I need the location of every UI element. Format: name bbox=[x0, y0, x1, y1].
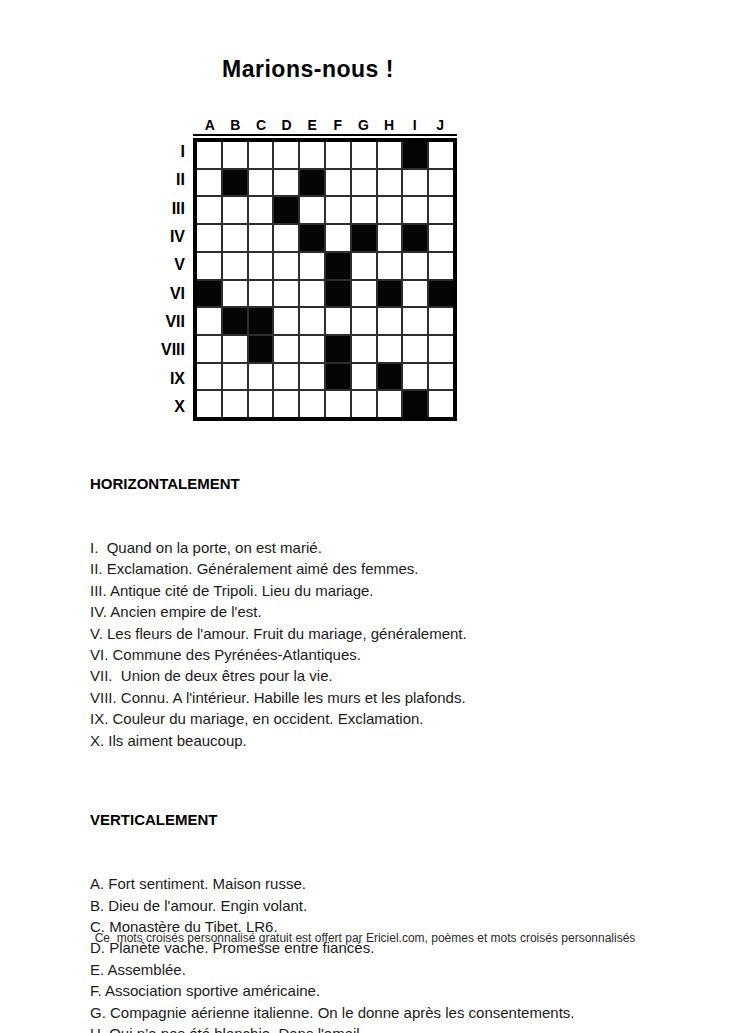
cell-II-B-black bbox=[223, 170, 247, 196]
cell-VIII-C-black bbox=[249, 336, 273, 362]
cell-IX-I[interactable] bbox=[403, 364, 427, 390]
cell-V-G[interactable] bbox=[352, 253, 376, 279]
cell-V-J[interactable] bbox=[429, 253, 453, 279]
down-clue-8: H. Qui n’a pas été blanchie. Dans l'emai… bbox=[90, 1023, 690, 1033]
cell-III-F[interactable] bbox=[326, 197, 350, 223]
cell-III-H[interactable] bbox=[378, 197, 402, 223]
column-header-C: C bbox=[248, 117, 274, 134]
cell-VIII-B[interactable] bbox=[223, 336, 247, 362]
cell-IV-H[interactable] bbox=[378, 225, 402, 251]
row-header-VII: VII bbox=[165, 313, 185, 331]
cell-IX-G[interactable] bbox=[352, 364, 376, 390]
cell-X-A[interactable] bbox=[197, 391, 221, 417]
cell-III-J[interactable] bbox=[429, 197, 453, 223]
cell-VIII-G[interactable] bbox=[352, 336, 376, 362]
cell-I-J[interactable] bbox=[429, 142, 453, 168]
across-clue-1: I. Quand on la porte, on est marié. bbox=[90, 537, 690, 558]
down-clue-2: B. Dieu de l'amour. Engin volant. bbox=[90, 895, 690, 916]
cell-III-B[interactable] bbox=[223, 197, 247, 223]
down-section-header: VERTICALEMENT bbox=[90, 809, 690, 830]
column-header-H: H bbox=[376, 117, 402, 134]
column-header-E: E bbox=[299, 117, 325, 134]
down-clue-1: A. Fort sentiment. Maison russe. bbox=[90, 873, 690, 894]
cell-V-D[interactable] bbox=[274, 253, 298, 279]
cell-IX-H-black bbox=[378, 364, 402, 390]
across-clue-10: X. Ils aiment beaucoup. bbox=[90, 730, 690, 751]
cell-I-G[interactable] bbox=[352, 142, 376, 168]
across-section-header: HORIZONTALEMENT bbox=[90, 473, 690, 494]
column-header-J: J bbox=[427, 117, 453, 134]
column-header-B: B bbox=[223, 117, 249, 134]
cell-VII-A[interactable] bbox=[197, 308, 221, 334]
cell-VI-D[interactable] bbox=[274, 281, 298, 307]
cell-VII-G[interactable] bbox=[352, 308, 376, 334]
across-clue-5: V. Les fleurs de l'amour. Fruit du maria… bbox=[90, 623, 690, 644]
across-clue-8: VIII. Connu. A l'intérieur. Habille les … bbox=[90, 687, 690, 708]
cell-IV-B[interactable] bbox=[223, 225, 247, 251]
cell-IX-J[interactable] bbox=[429, 364, 453, 390]
cell-VIII-I[interactable] bbox=[403, 336, 427, 362]
cell-X-G[interactable] bbox=[352, 391, 376, 417]
cell-II-G[interactable] bbox=[352, 170, 376, 196]
cell-I-C[interactable] bbox=[249, 142, 273, 168]
cell-V-A[interactable] bbox=[197, 253, 221, 279]
cell-IX-C[interactable] bbox=[249, 364, 273, 390]
cell-VII-C-black bbox=[249, 308, 273, 334]
cell-VIII-D[interactable] bbox=[274, 336, 298, 362]
cell-VIII-H[interactable] bbox=[378, 336, 402, 362]
cell-I-H[interactable] bbox=[378, 142, 402, 168]
column-header-I: I bbox=[402, 117, 428, 134]
cell-IV-J[interactable] bbox=[429, 225, 453, 251]
cell-IX-E[interactable] bbox=[300, 364, 324, 390]
cell-VI-B[interactable] bbox=[223, 281, 247, 307]
cell-IX-F-black bbox=[326, 364, 350, 390]
cell-V-H[interactable] bbox=[378, 253, 402, 279]
row-headers: IIIIIIIVVVIVIIVIIIIXX bbox=[118, 138, 185, 421]
across-clue-2: II. Exclamation. Généralement aimé des f… bbox=[90, 558, 690, 579]
cell-VI-G[interactable] bbox=[352, 281, 376, 307]
cell-VII-E[interactable] bbox=[300, 308, 324, 334]
cell-II-A[interactable] bbox=[197, 170, 221, 196]
cell-VIII-E[interactable] bbox=[300, 336, 324, 362]
puzzle-title: Marions-nous ! bbox=[0, 56, 616, 83]
cell-X-B[interactable] bbox=[223, 391, 247, 417]
row-header-IX: IX bbox=[170, 370, 185, 388]
cell-X-J[interactable] bbox=[429, 391, 453, 417]
row-header-V: V bbox=[174, 256, 185, 274]
cell-V-C[interactable] bbox=[249, 253, 273, 279]
across-clues-list: I. Quand on la porte, on est marié.II. E… bbox=[90, 537, 690, 751]
cell-I-D[interactable] bbox=[274, 142, 298, 168]
column-header-G: G bbox=[351, 117, 377, 134]
cell-X-F[interactable] bbox=[326, 391, 350, 417]
cell-III-E[interactable] bbox=[300, 197, 324, 223]
cell-I-E[interactable] bbox=[300, 142, 324, 168]
row-header-X: X bbox=[174, 398, 185, 416]
cell-VIII-A[interactable] bbox=[197, 336, 221, 362]
cell-IV-E-black bbox=[300, 225, 324, 251]
cell-II-C[interactable] bbox=[249, 170, 273, 196]
cell-II-J[interactable] bbox=[429, 170, 453, 196]
down-clues-list: A. Fort sentiment. Maison russe.B. Dieu … bbox=[90, 873, 690, 1033]
cell-IV-A[interactable] bbox=[197, 225, 221, 251]
cell-IV-C[interactable] bbox=[249, 225, 273, 251]
cell-IV-I-black bbox=[403, 225, 427, 251]
cell-II-H[interactable] bbox=[378, 170, 402, 196]
column-headers: ABCDEFGHIJ bbox=[193, 117, 457, 136]
cell-II-E-black bbox=[300, 170, 324, 196]
down-clue-6: F. Association sportive américaine. bbox=[90, 980, 690, 1001]
cell-VI-A-black bbox=[197, 281, 221, 307]
down-clue-7: G. Compagnie aérienne italienne. On le d… bbox=[90, 1002, 690, 1023]
cell-II-D[interactable] bbox=[274, 170, 298, 196]
across-clue-3: III. Antique cité de Tripoli. Lieu du ma… bbox=[90, 580, 690, 601]
cell-X-D[interactable] bbox=[274, 391, 298, 417]
crossword-grid bbox=[193, 138, 457, 421]
cell-VIII-J[interactable] bbox=[429, 336, 453, 362]
cell-IV-D[interactable] bbox=[274, 225, 298, 251]
row-header-IV: IV bbox=[170, 228, 185, 246]
cell-IV-G-black bbox=[352, 225, 376, 251]
cell-I-B[interactable] bbox=[223, 142, 247, 168]
cell-I-I-black bbox=[403, 142, 427, 168]
cell-V-E[interactable] bbox=[300, 253, 324, 279]
cell-VII-J[interactable] bbox=[429, 308, 453, 334]
cell-IX-B[interactable] bbox=[223, 364, 247, 390]
cell-X-E[interactable] bbox=[300, 391, 324, 417]
across-clue-7: VII. Union de deux êtres pour la vie. bbox=[90, 665, 690, 686]
cell-VI-J-black bbox=[429, 281, 453, 307]
footer-credit: Ce mots croisés personnalisé gratuit est… bbox=[0, 931, 730, 945]
cell-IV-F[interactable] bbox=[326, 225, 350, 251]
cell-X-H[interactable] bbox=[378, 391, 402, 417]
row-header-I: I bbox=[181, 143, 185, 161]
crossword-page: { "game": "crossword (mots croisés perso… bbox=[0, 0, 730, 1033]
cell-II-F[interactable] bbox=[326, 170, 350, 196]
cell-VII-D[interactable] bbox=[274, 308, 298, 334]
cell-III-D-black bbox=[274, 197, 298, 223]
cell-VIII-F-black bbox=[326, 336, 350, 362]
column-header-F: F bbox=[325, 117, 351, 134]
cell-X-I-black bbox=[403, 391, 427, 417]
cell-VI-I[interactable] bbox=[403, 281, 427, 307]
cell-III-I[interactable] bbox=[403, 197, 427, 223]
cell-V-B[interactable] bbox=[223, 253, 247, 279]
cell-VII-B-black bbox=[223, 308, 247, 334]
cell-VII-I[interactable] bbox=[403, 308, 427, 334]
cell-I-A[interactable] bbox=[197, 142, 221, 168]
cell-IX-A[interactable] bbox=[197, 364, 221, 390]
cell-III-A[interactable] bbox=[197, 197, 221, 223]
across-clue-6: VI. Commune des Pyrénées-Atlantiques. bbox=[90, 644, 690, 665]
cell-IX-D[interactable] bbox=[274, 364, 298, 390]
cell-I-F[interactable] bbox=[326, 142, 350, 168]
cell-VI-H-black bbox=[378, 281, 402, 307]
cell-VI-C[interactable] bbox=[249, 281, 273, 307]
cell-V-I[interactable] bbox=[403, 253, 427, 279]
cell-VI-E[interactable] bbox=[300, 281, 324, 307]
cell-II-I[interactable] bbox=[403, 170, 427, 196]
across-clue-4: IV. Ancien empire de l'est. bbox=[90, 601, 690, 622]
across-clue-9: IX. Couleur du mariage, en occident. Exc… bbox=[90, 708, 690, 729]
down-clue-5: E. Assemblée. bbox=[90, 959, 690, 980]
cell-VI-F-black bbox=[326, 281, 350, 307]
cell-VII-F[interactable] bbox=[326, 308, 350, 334]
row-header-III: III bbox=[172, 200, 185, 218]
cell-VII-H[interactable] bbox=[378, 308, 402, 334]
row-header-VIII: VIII bbox=[161, 341, 185, 359]
cell-III-G[interactable] bbox=[352, 197, 376, 223]
row-header-VI: VI bbox=[170, 285, 185, 303]
column-header-D: D bbox=[274, 117, 300, 134]
cell-X-C[interactable] bbox=[249, 391, 273, 417]
cell-III-C[interactable] bbox=[249, 197, 273, 223]
column-header-A: A bbox=[197, 117, 223, 134]
cell-V-F-black bbox=[326, 253, 350, 279]
row-header-II: II bbox=[176, 171, 185, 189]
